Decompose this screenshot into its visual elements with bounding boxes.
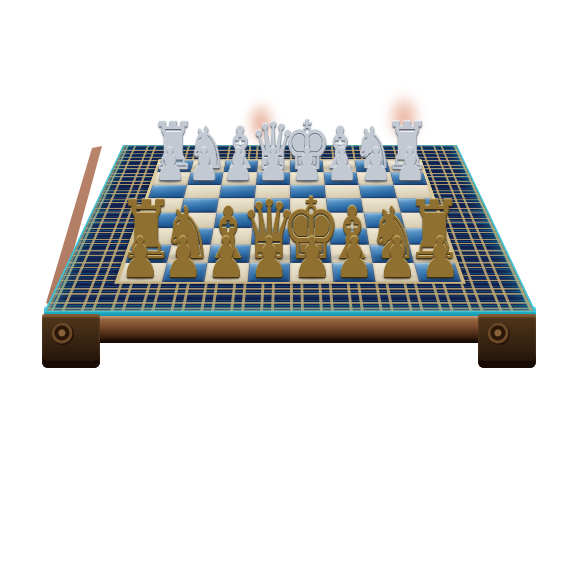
- chess-board: [44, 145, 536, 312]
- square-g4: [364, 213, 405, 228]
- square-a5: [143, 198, 184, 212]
- background-reflection: [246, 100, 276, 146]
- square-f4: [327, 213, 366, 228]
- square-f8: [322, 160, 356, 172]
- square-c1: [204, 262, 249, 281]
- square-g2: [369, 245, 413, 263]
- square-d7: [256, 172, 290, 185]
- square-h5: [397, 198, 438, 212]
- square-a7: [153, 172, 191, 185]
- square-b3: [171, 228, 214, 245]
- square-f6: [324, 185, 361, 198]
- square-h8: [387, 160, 423, 172]
- square-h1: [413, 262, 461, 281]
- square-g7: [357, 172, 394, 185]
- square-e2: [290, 245, 331, 263]
- square-b2: [167, 245, 211, 263]
- square-b6: [183, 185, 221, 198]
- square-h3: [404, 228, 448, 245]
- square-g3: [366, 228, 409, 245]
- square-b5: [180, 198, 219, 212]
- square-e7: [290, 172, 324, 185]
- square-c4: [214, 213, 253, 228]
- square-e5: [290, 198, 327, 212]
- square-d2: [249, 245, 290, 263]
- square-f5: [326, 198, 364, 212]
- square-b1: [161, 262, 207, 281]
- board-foot-right: [478, 314, 536, 368]
- square-g1: [372, 262, 418, 281]
- square-b8: [190, 160, 225, 172]
- square-h7: [390, 172, 428, 185]
- square-f3: [328, 228, 369, 245]
- square-a4: [137, 213, 179, 228]
- squares-grid: [119, 160, 462, 281]
- square-d1: [247, 262, 290, 281]
- square-f1: [331, 262, 376, 281]
- square-e1: [290, 262, 333, 281]
- chess-set-photo: Low-angle photo of a Greek metal chess s…: [0, 0, 577, 577]
- square-c6: [219, 185, 256, 198]
- square-c5: [216, 198, 254, 212]
- square-g6: [359, 185, 397, 198]
- square-d4: [252, 213, 290, 228]
- square-g5: [361, 198, 400, 212]
- square-c8: [223, 160, 257, 172]
- square-a3: [132, 228, 176, 245]
- square-a8: [157, 160, 193, 172]
- square-g8: [354, 160, 389, 172]
- square-d6: [254, 185, 290, 198]
- square-b4: [176, 213, 217, 228]
- square-f2: [330, 245, 373, 263]
- square-d5: [253, 198, 290, 212]
- square-e6: [290, 185, 326, 198]
- background-reflection: [386, 92, 422, 144]
- square-a1: [119, 262, 167, 281]
- square-c3: [211, 228, 252, 245]
- wooden-base: [46, 316, 534, 343]
- square-h6: [393, 185, 432, 198]
- square-c2: [208, 245, 251, 263]
- square-e4: [290, 213, 328, 228]
- square-f7: [323, 172, 358, 185]
- square-d3: [250, 228, 290, 245]
- square-h2: [409, 245, 455, 263]
- square-c7: [221, 172, 256, 185]
- square-a2: [125, 245, 171, 263]
- square-a6: [148, 185, 187, 198]
- board-foot-left: [42, 314, 100, 368]
- square-e3: [290, 228, 330, 245]
- square-d8: [257, 160, 290, 172]
- square-h4: [400, 213, 442, 228]
- square-b7: [187, 172, 224, 185]
- square-e8: [290, 160, 323, 172]
